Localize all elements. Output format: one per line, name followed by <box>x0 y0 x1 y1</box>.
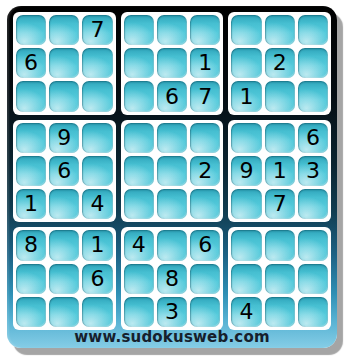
cell-r5c5[interactable] <box>157 156 187 186</box>
cell-r4c6[interactable] <box>190 123 220 153</box>
cell-r8c2[interactable] <box>49 264 79 294</box>
sudoku-box-8: 4683 <box>121 227 224 330</box>
sudoku-box-6: 69137 <box>228 120 331 223</box>
cell-r5c1[interactable] <box>16 156 46 186</box>
cell-r4c4[interactable] <box>124 123 154 153</box>
cell-r6c6[interactable] <box>190 189 220 219</box>
cell-r1c2[interactable] <box>49 15 79 45</box>
cell-r2c8[interactable]: 2 <box>265 48 295 78</box>
cell-r2c2[interactable] <box>49 48 79 78</box>
cell-r2c1[interactable]: 6 <box>16 48 46 78</box>
cell-r1c7[interactable] <box>231 15 261 45</box>
cell-r7c6[interactable]: 6 <box>190 230 220 260</box>
cell-r9c4[interactable] <box>124 297 154 327</box>
cell-r8c9[interactable] <box>298 264 328 294</box>
cell-r7c7[interactable] <box>231 230 261 260</box>
cell-r5c7[interactable]: 9 <box>231 156 261 186</box>
cell-r5c9[interactable]: 3 <box>298 156 328 186</box>
cell-r8c1[interactable] <box>16 264 46 294</box>
cell-r4c8[interactable] <box>265 123 295 153</box>
sudoku-box-9: 4 <box>228 227 331 330</box>
cell-r9c8[interactable] <box>265 297 295 327</box>
cell-r2c5[interactable] <box>157 48 187 78</box>
cell-r1c9[interactable] <box>298 15 328 45</box>
cell-r8c7[interactable] <box>231 264 261 294</box>
cell-r3c9[interactable] <box>298 81 328 111</box>
cell-r7c4[interactable]: 4 <box>124 230 154 260</box>
cell-r3c5[interactable]: 6 <box>157 81 187 111</box>
cell-r7c5[interactable] <box>157 230 187 260</box>
sudoku-box-4: 9614 <box>13 120 116 223</box>
cell-r1c5[interactable] <box>157 15 187 45</box>
cell-r1c6[interactable] <box>190 15 220 45</box>
cell-r8c5[interactable]: 8 <box>157 264 187 294</box>
cell-r1c3[interactable]: 7 <box>82 15 112 45</box>
cell-r6c5[interactable] <box>157 189 187 219</box>
cell-r8c3[interactable]: 6 <box>82 264 112 294</box>
cell-r2c6[interactable]: 1 <box>190 48 220 78</box>
cell-r2c7[interactable] <box>231 48 261 78</box>
cell-r7c2[interactable] <box>49 230 79 260</box>
cell-r5c2[interactable]: 6 <box>49 156 79 186</box>
cell-r6c3[interactable]: 4 <box>82 189 112 219</box>
cell-r8c8[interactable] <box>265 264 295 294</box>
cell-r8c6[interactable] <box>190 264 220 294</box>
cell-r7c3[interactable]: 1 <box>82 230 112 260</box>
sudoku-box-1: 76 <box>13 12 116 115</box>
cell-r4c2[interactable]: 9 <box>49 123 79 153</box>
cell-r8c4[interactable] <box>124 264 154 294</box>
cell-r3c1[interactable] <box>16 81 46 111</box>
cell-r2c9[interactable] <box>298 48 328 78</box>
cell-r3c2[interactable] <box>49 81 79 111</box>
cell-r4c3[interactable] <box>82 123 112 153</box>
cell-r3c4[interactable] <box>124 81 154 111</box>
cell-r4c7[interactable] <box>231 123 261 153</box>
cell-r5c3[interactable] <box>82 156 112 186</box>
cell-r6c9[interactable] <box>298 189 328 219</box>
sudoku-board: 7616721961426913781646834 www.sudokusweb… <box>7 6 337 348</box>
cell-r4c1[interactable] <box>16 123 46 153</box>
sudoku-box-2: 167 <box>121 12 224 115</box>
cell-r4c5[interactable] <box>157 123 187 153</box>
cell-r7c8[interactable] <box>265 230 295 260</box>
sudoku-box-7: 816 <box>13 227 116 330</box>
cell-r2c4[interactable] <box>124 48 154 78</box>
cell-r2c3[interactable] <box>82 48 112 78</box>
cell-r9c6[interactable] <box>190 297 220 327</box>
cell-r6c1[interactable]: 1 <box>16 189 46 219</box>
cell-r1c1[interactable] <box>16 15 46 45</box>
cell-r5c8[interactable]: 1 <box>265 156 295 186</box>
cell-r9c5[interactable]: 3 <box>157 297 187 327</box>
cell-r9c1[interactable] <box>16 297 46 327</box>
cell-r9c7[interactable]: 4 <box>231 297 261 327</box>
cell-r6c4[interactable] <box>124 189 154 219</box>
sudoku-box-5: 2 <box>121 120 224 223</box>
cell-r1c8[interactable] <box>265 15 295 45</box>
cell-r7c1[interactable]: 8 <box>16 230 46 260</box>
cell-r6c2[interactable] <box>49 189 79 219</box>
cell-r3c3[interactable] <box>82 81 112 111</box>
cell-r5c6[interactable]: 2 <box>190 156 220 186</box>
cell-r3c7[interactable]: 1 <box>231 81 261 111</box>
cell-r4c9[interactable]: 6 <box>298 123 328 153</box>
cell-r1c4[interactable] <box>124 15 154 45</box>
cell-r3c6[interactable]: 7 <box>190 81 220 111</box>
cell-r7c9[interactable] <box>298 230 328 260</box>
sudoku-grid: 7616721961426913781646834 <box>13 12 331 330</box>
cell-r6c8[interactable]: 7 <box>265 189 295 219</box>
cell-r9c2[interactable] <box>49 297 79 327</box>
cell-r5c4[interactable] <box>124 156 154 186</box>
cell-r9c3[interactable] <box>82 297 112 327</box>
website-link[interactable]: www.sudokusweb.com <box>7 328 337 347</box>
sudoku-box-3: 21 <box>228 12 331 115</box>
cell-r9c9[interactable] <box>298 297 328 327</box>
cell-r6c7[interactable] <box>231 189 261 219</box>
cell-r3c8[interactable] <box>265 81 295 111</box>
